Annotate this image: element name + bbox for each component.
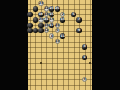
white-stone: 12 [44, 28, 49, 33]
white-stone: 14 [49, 17, 54, 22]
move-number-label: 17 [50, 24, 54, 27]
white-stone: 4 [82, 77, 87, 82]
grid-line-horizontal [28, 42, 92, 43]
white-stone: 10 [55, 39, 60, 44]
black-stone: 5 [71, 12, 76, 17]
white-stone: 24 [38, 1, 43, 6]
move-number-label: 10 [55, 40, 59, 43]
black-stone: 11 [60, 33, 65, 38]
move-number-label: 1 [83, 56, 85, 59]
black-stone: 1 [82, 55, 87, 60]
white-stone: 20 [38, 17, 43, 22]
black-stone: 23 [49, 6, 54, 11]
black-stone: 3 [82, 44, 87, 49]
star-point [89, 62, 91, 64]
black-stone: 13 [60, 17, 65, 22]
move-number-label: 22 [44, 7, 48, 10]
black-stone [27, 12, 32, 17]
move-number-label: 11 [60, 35, 64, 38]
move-number-label: 8 [51, 35, 53, 38]
white-stone: 6 [55, 28, 60, 33]
move-number-label: 2 [62, 13, 64, 16]
move-number-label: 4 [83, 78, 85, 81]
move-number-label: 18 [44, 13, 48, 16]
move-number-label: 9 [78, 29, 80, 32]
black-stone [33, 6, 38, 11]
black-stone [27, 28, 32, 33]
move-number-label: 5 [72, 13, 74, 16]
move-number-label: 24 [39, 2, 43, 5]
letterbox-right [92, 0, 120, 90]
star-point [40, 62, 42, 64]
black-stone: 25 [55, 6, 60, 11]
grid-line-horizontal [28, 63, 92, 64]
screenshot-stage: 2422232519181525202114137161726126981110… [0, 0, 120, 90]
black-stone: 17 [49, 23, 54, 28]
move-number-label: 12 [44, 29, 48, 32]
black-stone [38, 28, 43, 33]
grid-line-horizontal [28, 52, 92, 53]
move-number-label: 14 [50, 18, 54, 21]
grid-line-horizontal [28, 74, 92, 75]
move-number-label: 15 [50, 13, 54, 16]
move-number-label: 20 [39, 18, 43, 21]
black-stone: 7 [76, 17, 81, 22]
black-stone: 9 [76, 28, 81, 33]
move-number-label: 21 [44, 18, 48, 21]
grid-line-horizontal [28, 85, 92, 86]
move-number-label: 6 [56, 29, 58, 32]
letterbox-left [0, 0, 28, 90]
white-stone: 8 [49, 33, 54, 38]
move-number-label: 13 [60, 18, 64, 21]
move-number-label: 23 [50, 7, 54, 10]
move-number-label: 3 [83, 45, 85, 48]
move-number-label: 26 [55, 24, 59, 27]
go-board: 2422232519181525202114137161726126981110… [28, 0, 92, 90]
move-number-label: 19 [39, 13, 43, 16]
move-number-label: 25 [55, 7, 59, 10]
move-number-label: 7 [78, 18, 80, 21]
move-number-label: 16 [44, 24, 48, 27]
grid-line-horizontal [28, 69, 92, 70]
